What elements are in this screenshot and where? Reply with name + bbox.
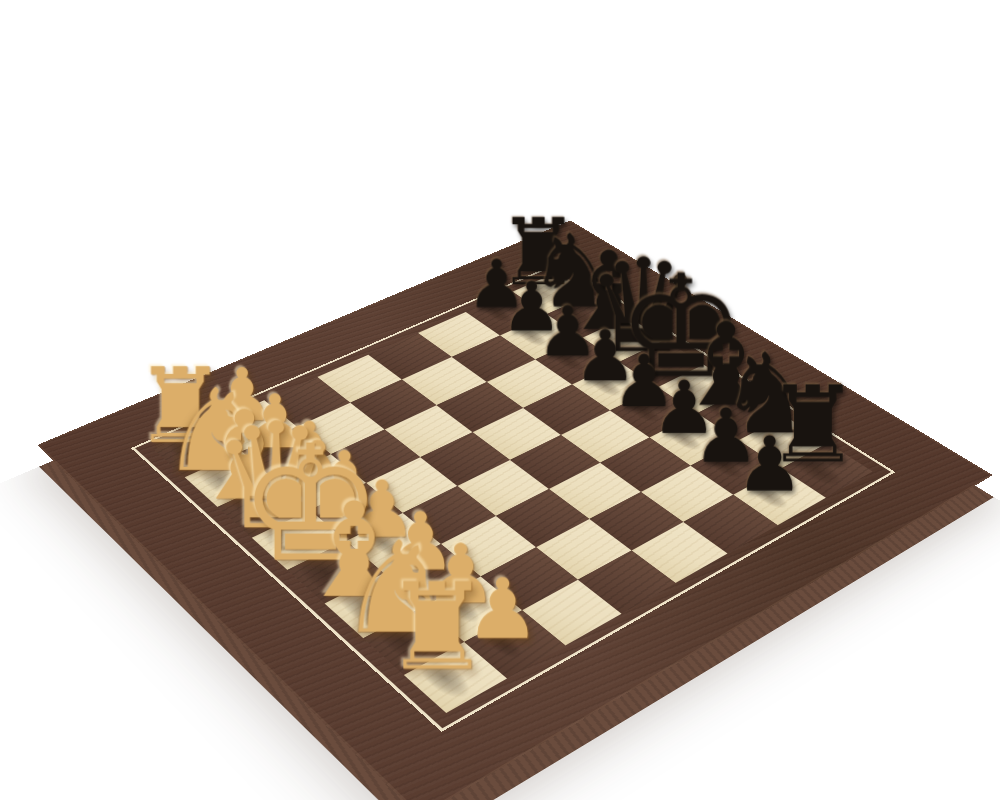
maple-inlay-line: ♜♞♝♛♚♝♞♜♟♟♟♟♟♟♟♟♟♟♟♟♟♟♟♟♜♞♝♛♚♝♞♜	[131, 262, 895, 732]
piece-white-rook-h1: ♜	[334, 567, 542, 687]
piece-black-pawn-h7: ♟	[677, 426, 862, 502]
chess-board: ♜♞♝♛♚♝♞♜♟♟♟♟♟♟♟♟♟♟♟♟♟♟♟♟♜♞♝♛♚♝♞♜	[37, 220, 993, 800]
squares-grid: ♜♞♝♛♚♝♞♜♟♟♟♟♟♟♟♟♟♟♟♟♟♟♟♟♜♞♝♛♚♝♞♜	[153, 272, 872, 713]
pieces-layer: ♜♞♝♛♚♝♞♜♟♟♟♟♟♟♟♟♟♟♟♟♟♟♟♟♜♞♝♛♚♝♞♜	[153, 272, 872, 713]
product-photo-scene: ♜♞♝♛♚♝♞♜♟♟♟♟♟♟♟♟♟♟♟♟♟♟♟♟♜♞♝♛♚♝♞♜	[0, 0, 1000, 800]
